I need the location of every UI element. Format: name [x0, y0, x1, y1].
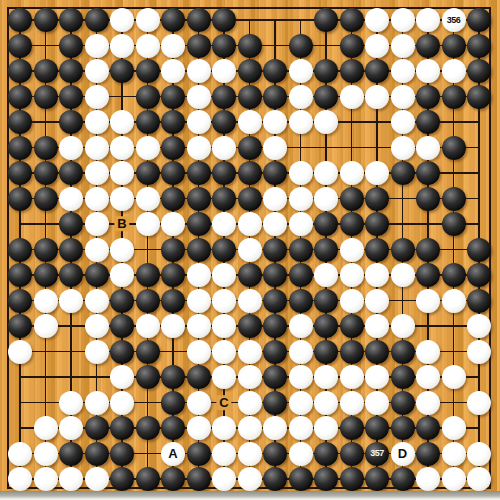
board-point-c12-r1[interactable]	[288, 7, 314, 33]
board-point-c14-r4[interactable]	[339, 84, 365, 110]
board-point-c9-r5[interactable]	[211, 109, 237, 135]
board-point-c4-r5[interactable]	[84, 109, 110, 135]
board-point-c4-r1[interactable]	[84, 7, 110, 33]
board-point-c10-r17[interactable]	[237, 415, 263, 441]
board-point-c14-r19[interactable]	[339, 466, 365, 492]
board-point-c17-r16[interactable]	[415, 390, 441, 416]
board-point-c5-r3[interactable]	[109, 58, 135, 84]
board-point-c5-r16[interactable]	[109, 390, 135, 416]
board-point-c6-r6[interactable]	[135, 135, 161, 161]
board-point-c11-r9[interactable]	[262, 211, 288, 237]
board-point-c9-r13[interactable]	[211, 313, 237, 339]
board-point-c15-r15[interactable]	[364, 364, 390, 390]
board-point-c2-r1[interactable]	[33, 7, 59, 33]
board-point-c13-r17[interactable]	[313, 415, 339, 441]
board-point-c4-r12[interactable]	[84, 288, 110, 314]
board-point-c5-r14[interactable]	[109, 339, 135, 365]
board-point-c14-r3[interactable]	[339, 58, 365, 84]
board-point-c19-r3[interactable]	[466, 58, 492, 84]
board-point-c9-r7[interactable]	[211, 160, 237, 186]
board-point-c9-r17[interactable]	[211, 415, 237, 441]
board-point-c10-r1[interactable]	[237, 7, 263, 33]
board-point-c4-r7[interactable]	[84, 160, 110, 186]
board-point-c1-r6[interactable]	[7, 135, 33, 161]
board-point-c17-r12[interactable]	[415, 288, 441, 314]
board-point-c13-r1[interactable]	[313, 7, 339, 33]
board-point-c4-r15[interactable]	[84, 364, 110, 390]
board-point-c5-r19[interactable]	[109, 466, 135, 492]
board-point-c6-r13[interactable]	[135, 313, 161, 339]
board-point-c8-r8[interactable]	[186, 186, 212, 212]
board-point-c4-r8[interactable]	[84, 186, 110, 212]
board-point-c3-r16[interactable]	[58, 390, 84, 416]
board-point-c12-r9[interactable]	[288, 211, 314, 237]
board-point-c18-r16[interactable]	[441, 390, 467, 416]
board-point-c10-r10[interactable]	[237, 237, 263, 263]
board-point-c7-r16[interactable]	[160, 390, 186, 416]
board-point-c4-r9[interactable]	[84, 211, 110, 237]
board-point-c5-r1[interactable]	[109, 7, 135, 33]
board-point-c16-r2[interactable]	[390, 33, 416, 59]
board-point-c19-r14[interactable]	[466, 339, 492, 365]
board-point-c6-r16[interactable]	[135, 390, 161, 416]
board-point-c1-r14[interactable]	[7, 339, 33, 365]
board-point-c15-r5[interactable]	[364, 109, 390, 135]
board-point-c13-r8[interactable]	[313, 186, 339, 212]
board-point-c14-r6[interactable]	[339, 135, 365, 161]
board-point-c6-r4[interactable]	[135, 84, 161, 110]
board-point-c18-r9[interactable]	[441, 211, 467, 237]
board-point-c6-r5[interactable]	[135, 109, 161, 135]
board-point-c12-r5[interactable]	[288, 109, 314, 135]
board-point-c18-r11[interactable]	[441, 262, 467, 288]
board-point-c7-r1[interactable]	[160, 7, 186, 33]
board-point-c14-r13[interactable]	[339, 313, 365, 339]
board-point-c10-r8[interactable]	[237, 186, 263, 212]
board-point-c4-r14[interactable]	[84, 339, 110, 365]
board-point-c17-r5[interactable]	[415, 109, 441, 135]
board-point-c5-r18[interactable]	[109, 441, 135, 467]
board-point-c17-r17[interactable]	[415, 415, 441, 441]
board-point-c1-r11[interactable]	[7, 262, 33, 288]
board-point-c19-r18[interactable]	[466, 441, 492, 467]
board-point-c1-r17[interactable]	[7, 415, 33, 441]
board-point-c11-r16[interactable]	[262, 390, 288, 416]
board-point-c3-r1[interactable]	[58, 7, 84, 33]
board-point-c3-r5[interactable]	[58, 109, 84, 135]
board-point-c15-r14[interactable]	[364, 339, 390, 365]
board-point-c16-r7[interactable]	[390, 160, 416, 186]
board-point-c1-r8[interactable]	[7, 186, 33, 212]
board-point-c8-r12[interactable]	[186, 288, 212, 314]
board-point-c10-r13[interactable]	[237, 313, 263, 339]
board-point-c2-r4[interactable]	[33, 84, 59, 110]
board-point-c7-r19[interactable]	[160, 466, 186, 492]
board-point-c14-r5[interactable]	[339, 109, 365, 135]
board-point-c13-r12[interactable]	[313, 288, 339, 314]
board-point-c17-r19[interactable]	[415, 466, 441, 492]
board-point-c14-r1[interactable]	[339, 7, 365, 33]
board-point-c10-r4[interactable]	[237, 84, 263, 110]
board-point-c15-r2[interactable]	[364, 33, 390, 59]
board-point-c13-r7[interactable]	[313, 160, 339, 186]
board-point-c3-r9[interactable]	[58, 211, 84, 237]
board-point-c1-r15[interactable]	[7, 364, 33, 390]
board-point-c16-r11[interactable]	[390, 262, 416, 288]
board-point-c9-r2[interactable]	[211, 33, 237, 59]
board-point-c11-r15[interactable]	[262, 364, 288, 390]
board-point-c19-r11[interactable]	[466, 262, 492, 288]
board-point-c17-r7[interactable]	[415, 160, 441, 186]
board-point-c3-r17[interactable]	[58, 415, 84, 441]
board-point-c12-r2[interactable]	[288, 33, 314, 59]
board-point-c13-r16[interactable]	[313, 390, 339, 416]
board-point-c9-r1[interactable]	[211, 7, 237, 33]
board-point-c16-r6[interactable]	[390, 135, 416, 161]
board-point-c9-r10[interactable]	[211, 237, 237, 263]
board-point-c4-r13[interactable]	[84, 313, 110, 339]
board-point-c19-r2[interactable]	[466, 33, 492, 59]
board-point-c12-r12[interactable]	[288, 288, 314, 314]
board-point-c14-r18[interactable]	[339, 441, 365, 467]
board-point-c11-r3[interactable]	[262, 58, 288, 84]
board-point-c10-r7[interactable]	[237, 160, 263, 186]
board-point-c16-r5[interactable]	[390, 109, 416, 135]
board-point-c2-r17[interactable]	[33, 415, 59, 441]
board-point-c17-r14[interactable]	[415, 339, 441, 365]
board-point-c9-r12[interactable]	[211, 288, 237, 314]
board-point-c6-r1[interactable]	[135, 7, 161, 33]
board-point-c7-r7[interactable]	[160, 160, 186, 186]
board-point-c18-r10[interactable]	[441, 237, 467, 263]
board-point-c13-r4[interactable]	[313, 84, 339, 110]
board-point-c10-r15[interactable]	[237, 364, 263, 390]
board-point-c15-r11[interactable]	[364, 262, 390, 288]
board-point-c2-r3[interactable]	[33, 58, 59, 84]
board-point-c13-r19[interactable]	[313, 466, 339, 492]
board-point-c10-r14[interactable]	[237, 339, 263, 365]
board-point-c13-r13[interactable]	[313, 313, 339, 339]
board-point-c5-r5[interactable]	[109, 109, 135, 135]
board-point-c2-r9[interactable]	[33, 211, 59, 237]
board-point-c4-r11[interactable]	[84, 262, 110, 288]
board-point-c16-r12[interactable]	[390, 288, 416, 314]
board-point-c1-r10[interactable]	[7, 237, 33, 263]
board-point-c19-r6[interactable]	[466, 135, 492, 161]
board-point-c12-r15[interactable]	[288, 364, 314, 390]
board-point-c18-r1[interactable]: 356	[441, 7, 467, 33]
board-point-c13-r9[interactable]	[313, 211, 339, 237]
board-point-c17-r8[interactable]	[415, 186, 441, 212]
board-point-c14-r15[interactable]	[339, 364, 365, 390]
board-point-c19-r13[interactable]	[466, 313, 492, 339]
board-point-c9-r9[interactable]	[211, 211, 237, 237]
board-point-c8-r9[interactable]	[186, 211, 212, 237]
board-point-c8-r11[interactable]	[186, 262, 212, 288]
board-point-c10-r3[interactable]	[237, 58, 263, 84]
board-point-c8-r19[interactable]	[186, 466, 212, 492]
board-point-c6-r11[interactable]	[135, 262, 161, 288]
board-point-c11-r12[interactable]	[262, 288, 288, 314]
board-point-c9-r11[interactable]	[211, 262, 237, 288]
board-point-c6-r9[interactable]	[135, 211, 161, 237]
board-point-c9-r3[interactable]	[211, 58, 237, 84]
board-point-c18-r4[interactable]	[441, 84, 467, 110]
board-point-c12-r6[interactable]	[288, 135, 314, 161]
board-point-c18-r12[interactable]	[441, 288, 467, 314]
board-point-c14-r14[interactable]	[339, 339, 365, 365]
board-point-c9-r16[interactable]: C	[211, 390, 237, 416]
board-point-c2-r6[interactable]	[33, 135, 59, 161]
board-point-c10-r5[interactable]	[237, 109, 263, 135]
board-point-c11-r18[interactable]	[262, 441, 288, 467]
board-point-c6-r18[interactable]	[135, 441, 161, 467]
board-point-c1-r9[interactable]	[7, 211, 33, 237]
board-point-c7-r18[interactable]: A	[160, 441, 186, 467]
board-point-c3-r4[interactable]	[58, 84, 84, 110]
board-point-c8-r2[interactable]	[186, 33, 212, 59]
board-point-c3-r13[interactable]	[58, 313, 84, 339]
board-point-c2-r15[interactable]	[33, 364, 59, 390]
board-point-c1-r18[interactable]	[7, 441, 33, 467]
board-point-c18-r2[interactable]	[441, 33, 467, 59]
board-point-c6-r10[interactable]	[135, 237, 161, 263]
board-point-c8-r6[interactable]	[186, 135, 212, 161]
board-point-c7-r11[interactable]	[160, 262, 186, 288]
board-point-c6-r19[interactable]	[135, 466, 161, 492]
board-point-c17-r9[interactable]	[415, 211, 441, 237]
board-point-c11-r4[interactable]	[262, 84, 288, 110]
board-point-c4-r18[interactable]	[84, 441, 110, 467]
board-point-c19-r9[interactable]	[466, 211, 492, 237]
board-point-c7-r9[interactable]	[160, 211, 186, 237]
board-point-c7-r10[interactable]	[160, 237, 186, 263]
board-point-c12-r4[interactable]	[288, 84, 314, 110]
board-point-c2-r11[interactable]	[33, 262, 59, 288]
board-point-c16-r18[interactable]: D	[390, 441, 416, 467]
board-point-c14-r7[interactable]	[339, 160, 365, 186]
board-point-c2-r12[interactable]	[33, 288, 59, 314]
board-point-c15-r9[interactable]	[364, 211, 390, 237]
board-point-c6-r14[interactable]	[135, 339, 161, 365]
board-point-c2-r14[interactable]	[33, 339, 59, 365]
board-point-c12-r18[interactable]	[288, 441, 314, 467]
board-point-c5-r10[interactable]	[109, 237, 135, 263]
board-point-c5-r7[interactable]	[109, 160, 135, 186]
board-point-c19-r7[interactable]	[466, 160, 492, 186]
board-point-c12-r11[interactable]	[288, 262, 314, 288]
board-point-c7-r15[interactable]	[160, 364, 186, 390]
board-point-c16-r16[interactable]	[390, 390, 416, 416]
board-point-c8-r1[interactable]	[186, 7, 212, 33]
board-point-c4-r17[interactable]	[84, 415, 110, 441]
board-point-c8-r15[interactable]	[186, 364, 212, 390]
board-point-c19-r1[interactable]	[466, 7, 492, 33]
board-point-c6-r15[interactable]	[135, 364, 161, 390]
board-point-c9-r18[interactable]	[211, 441, 237, 467]
board-point-c11-r19[interactable]	[262, 466, 288, 492]
board-point-c13-r5[interactable]	[313, 109, 339, 135]
board-point-c9-r6[interactable]	[211, 135, 237, 161]
board-point-c18-r5[interactable]	[441, 109, 467, 135]
board-point-c15-r19[interactable]	[364, 466, 390, 492]
board-point-c10-r18[interactable]	[237, 441, 263, 467]
board-point-c11-r13[interactable]	[262, 313, 288, 339]
board-point-c18-r7[interactable]	[441, 160, 467, 186]
board-point-c3-r10[interactable]	[58, 237, 84, 263]
board-point-c6-r8[interactable]	[135, 186, 161, 212]
board-point-c10-r19[interactable]	[237, 466, 263, 492]
board-point-c14-r2[interactable]	[339, 33, 365, 59]
board-point-c14-r17[interactable]	[339, 415, 365, 441]
board-point-c3-r19[interactable]	[58, 466, 84, 492]
board-point-c11-r1[interactable]	[262, 7, 288, 33]
board-point-c2-r8[interactable]	[33, 186, 59, 212]
board-point-c7-r3[interactable]	[160, 58, 186, 84]
board-point-c13-r10[interactable]	[313, 237, 339, 263]
board-point-c18-r3[interactable]	[441, 58, 467, 84]
board-point-c6-r12[interactable]	[135, 288, 161, 314]
board-point-c19-r4[interactable]	[466, 84, 492, 110]
board-point-c1-r12[interactable]	[7, 288, 33, 314]
board-point-c13-r6[interactable]	[313, 135, 339, 161]
board-point-c2-r5[interactable]	[33, 109, 59, 135]
board-point-c3-r15[interactable]	[58, 364, 84, 390]
board-point-c5-r9[interactable]: B	[109, 211, 135, 237]
board-point-c18-r15[interactable]	[441, 364, 467, 390]
board-point-c16-r14[interactable]	[390, 339, 416, 365]
board-point-c8-r18[interactable]	[186, 441, 212, 467]
board-point-c19-r8[interactable]	[466, 186, 492, 212]
board-point-c17-r18[interactable]	[415, 441, 441, 467]
board-point-c14-r11[interactable]	[339, 262, 365, 288]
board-point-c3-r6[interactable]	[58, 135, 84, 161]
board-point-c3-r7[interactable]	[58, 160, 84, 186]
board-point-c1-r7[interactable]	[7, 160, 33, 186]
board-point-c16-r15[interactable]	[390, 364, 416, 390]
board-point-c17-r3[interactable]	[415, 58, 441, 84]
board-point-c9-r19[interactable]	[211, 466, 237, 492]
board-point-c1-r4[interactable]	[7, 84, 33, 110]
board-point-c15-r3[interactable]	[364, 58, 390, 84]
board-point-c15-r18[interactable]: 357	[364, 441, 390, 467]
board-point-c7-r12[interactable]	[160, 288, 186, 314]
board-point-c13-r2[interactable]	[313, 33, 339, 59]
board-point-c8-r4[interactable]	[186, 84, 212, 110]
board-point-c18-r19[interactable]	[441, 466, 467, 492]
board-point-c18-r17[interactable]	[441, 415, 467, 441]
board-point-c4-r4[interactable]	[84, 84, 110, 110]
board-point-c6-r3[interactable]	[135, 58, 161, 84]
board-point-c11-r10[interactable]	[262, 237, 288, 263]
board-point-c9-r8[interactable]	[211, 186, 237, 212]
board-point-c16-r17[interactable]	[390, 415, 416, 441]
board-point-c4-r16[interactable]	[84, 390, 110, 416]
board-point-c18-r13[interactable]	[441, 313, 467, 339]
board-point-c3-r3[interactable]	[58, 58, 84, 84]
board-point-c7-r2[interactable]	[160, 33, 186, 59]
board-point-c7-r4[interactable]	[160, 84, 186, 110]
board-point-c16-r9[interactable]	[390, 211, 416, 237]
board-point-c1-r13[interactable]	[7, 313, 33, 339]
board-point-c14-r8[interactable]	[339, 186, 365, 212]
board-point-c11-r2[interactable]	[262, 33, 288, 59]
board-point-c10-r11[interactable]	[237, 262, 263, 288]
board-point-c8-r3[interactable]	[186, 58, 212, 84]
board-point-c5-r11[interactable]	[109, 262, 135, 288]
board-point-c19-r5[interactable]	[466, 109, 492, 135]
board-point-c18-r8[interactable]	[441, 186, 467, 212]
board-point-c3-r14[interactable]	[58, 339, 84, 365]
board-point-c11-r8[interactable]	[262, 186, 288, 212]
board-point-c12-r16[interactable]	[288, 390, 314, 416]
board-point-c15-r6[interactable]	[364, 135, 390, 161]
board-point-c11-r11[interactable]	[262, 262, 288, 288]
board-point-c7-r17[interactable]	[160, 415, 186, 441]
board-point-c13-r14[interactable]	[313, 339, 339, 365]
board-point-c1-r16[interactable]	[7, 390, 33, 416]
board-point-c8-r10[interactable]	[186, 237, 212, 263]
board-point-c16-r1[interactable]	[390, 7, 416, 33]
board-point-c16-r4[interactable]	[390, 84, 416, 110]
board-point-c7-r5[interactable]	[160, 109, 186, 135]
board-point-c12-r17[interactable]	[288, 415, 314, 441]
board-point-c14-r9[interactable]	[339, 211, 365, 237]
board-point-c19-r19[interactable]	[466, 466, 492, 492]
board-point-c3-r18[interactable]	[58, 441, 84, 467]
board-point-c15-r4[interactable]	[364, 84, 390, 110]
board-point-c14-r10[interactable]	[339, 237, 365, 263]
board-point-c19-r10[interactable]	[466, 237, 492, 263]
board-point-c2-r16[interactable]	[33, 390, 59, 416]
board-point-c15-r1[interactable]	[364, 7, 390, 33]
board-point-c11-r5[interactable]	[262, 109, 288, 135]
board-point-c1-r19[interactable]	[7, 466, 33, 492]
board-point-c5-r4[interactable]	[109, 84, 135, 110]
board-point-c7-r13[interactable]	[160, 313, 186, 339]
board-point-c12-r10[interactable]	[288, 237, 314, 263]
board-point-c18-r6[interactable]	[441, 135, 467, 161]
board-point-c16-r3[interactable]	[390, 58, 416, 84]
board-point-c11-r17[interactable]	[262, 415, 288, 441]
board-point-c4-r19[interactable]	[84, 466, 110, 492]
board-point-c17-r15[interactable]	[415, 364, 441, 390]
board-point-c12-r7[interactable]	[288, 160, 314, 186]
board-point-c19-r15[interactable]	[466, 364, 492, 390]
board-point-c2-r19[interactable]	[33, 466, 59, 492]
board-point-c8-r5[interactable]	[186, 109, 212, 135]
board-point-c13-r3[interactable]	[313, 58, 339, 84]
board-point-c13-r11[interactable]	[313, 262, 339, 288]
board-point-c4-r3[interactable]	[84, 58, 110, 84]
board-point-c10-r2[interactable]	[237, 33, 263, 59]
board-point-c6-r7[interactable]	[135, 160, 161, 186]
board-point-c15-r12[interactable]	[364, 288, 390, 314]
board-point-c5-r15[interactable]	[109, 364, 135, 390]
board-point-c15-r7[interactable]	[364, 160, 390, 186]
board-point-c3-r11[interactable]	[58, 262, 84, 288]
board-point-c5-r2[interactable]	[109, 33, 135, 59]
board-point-c9-r14[interactable]	[211, 339, 237, 365]
board-point-c6-r17[interactable]	[135, 415, 161, 441]
board-point-c16-r10[interactable]	[390, 237, 416, 263]
board-point-c1-r1[interactable]	[7, 7, 33, 33]
board-point-c18-r14[interactable]	[441, 339, 467, 365]
board-point-c15-r10[interactable]	[364, 237, 390, 263]
board-point-c15-r16[interactable]	[364, 390, 390, 416]
board-point-c17-r4[interactable]	[415, 84, 441, 110]
board-point-c13-r15[interactable]	[313, 364, 339, 390]
